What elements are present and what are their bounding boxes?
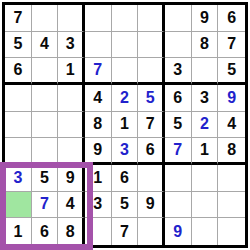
cell-r1c9[interactable]: 6 — [218, 5, 245, 32]
cell-r5c1[interactable] — [5, 112, 32, 139]
cell-r8c8[interactable] — [192, 192, 219, 219]
cell-r4c6[interactable]: 5 — [138, 85, 165, 112]
cell-r7c9[interactable] — [218, 165, 245, 192]
cell-r4c2[interactable] — [32, 85, 59, 112]
cell-r7c3[interactable]: 9 — [58, 165, 85, 192]
cell-r3c3[interactable]: 1 — [58, 58, 85, 85]
cell-r6c9[interactable]: 8 — [218, 138, 245, 165]
cell-r1c4[interactable] — [85, 5, 112, 32]
cell-r5c3[interactable] — [58, 112, 85, 139]
cell-r2c6[interactable] — [138, 32, 165, 59]
cell-r2c9[interactable]: 7 — [218, 32, 245, 59]
cell-r5c8[interactable]: 2 — [192, 112, 219, 139]
cell-r3c7[interactable]: 3 — [165, 58, 192, 85]
cell-r3c1[interactable]: 6 — [5, 58, 32, 85]
cell-r3c5[interactable] — [112, 58, 139, 85]
cell-r7c6[interactable] — [138, 165, 165, 192]
cell-r3c9[interactable]: 5 — [218, 58, 245, 85]
cell-r8c2[interactable]: 7 — [32, 192, 59, 219]
cell-r9c5[interactable]: 7 — [112, 218, 139, 245]
cell-r4c7[interactable]: 6 — [165, 85, 192, 112]
cell-r1c5[interactable] — [112, 5, 139, 32]
cell-r2c2[interactable]: 4 — [32, 32, 59, 59]
cell-r6c7[interactable]: 7 — [165, 138, 192, 165]
cell-r8c7[interactable] — [165, 192, 192, 219]
sudoku-board: 7965438761735425639817524936718359167435… — [2, 2, 248, 248]
cell-r2c3[interactable]: 3 — [58, 32, 85, 59]
cell-r9c4[interactable] — [85, 218, 112, 245]
cell-r8c5[interactable]: 5 — [112, 192, 139, 219]
cell-r7c7[interactable] — [165, 165, 192, 192]
cell-r9c3[interactable]: 8 — [58, 218, 85, 245]
cell-r8c9[interactable] — [218, 192, 245, 219]
cell-r7c2[interactable]: 5 — [32, 165, 59, 192]
cell-r5c9[interactable]: 4 — [218, 112, 245, 139]
cell-r2c1[interactable]: 5 — [5, 32, 32, 59]
cell-r4c4[interactable]: 4 — [85, 85, 112, 112]
cell-r6c5[interactable]: 3 — [112, 138, 139, 165]
cell-r1c6[interactable] — [138, 5, 165, 32]
cell-r3c8[interactable] — [192, 58, 219, 85]
cell-r9c9[interactable] — [218, 218, 245, 245]
cell-r9c2[interactable]: 6 — [32, 218, 59, 245]
cell-r9c7[interactable]: 9 — [165, 218, 192, 245]
cell-r1c2[interactable] — [32, 5, 59, 32]
cell-r5c6[interactable]: 7 — [138, 112, 165, 139]
cell-r1c8[interactable]: 9 — [192, 5, 219, 32]
cell-r6c2[interactable] — [32, 138, 59, 165]
cell-r8c4[interactable]: 3 — [85, 192, 112, 219]
cell-r9c6[interactable] — [138, 218, 165, 245]
cell-r3c2[interactable] — [32, 58, 59, 85]
cell-r5c4[interactable]: 8 — [85, 112, 112, 139]
cell-r1c1[interactable]: 7 — [5, 5, 32, 32]
cell-r8c6[interactable]: 9 — [138, 192, 165, 219]
cell-r2c5[interactable] — [112, 32, 139, 59]
cell-r2c8[interactable]: 8 — [192, 32, 219, 59]
cell-r7c4[interactable]: 1 — [85, 165, 112, 192]
cell-r3c6[interactable] — [138, 58, 165, 85]
cell-r1c3[interactable] — [58, 5, 85, 32]
cell-r6c6[interactable]: 6 — [138, 138, 165, 165]
sudoku-app: 7965438761735425639817524936718359167435… — [0, 0, 250, 250]
cell-r8c3[interactable]: 4 — [58, 192, 85, 219]
cell-r2c4[interactable] — [85, 32, 112, 59]
cell-r8c1[interactable] — [5, 192, 32, 219]
cell-r4c5[interactable]: 2 — [112, 85, 139, 112]
cell-r4c8[interactable]: 3 — [192, 85, 219, 112]
cell-r7c8[interactable] — [192, 165, 219, 192]
cell-r9c1[interactable]: 1 — [5, 218, 32, 245]
cell-r7c1[interactable]: 3 — [5, 165, 32, 192]
cell-r6c3[interactable] — [58, 138, 85, 165]
cell-r5c7[interactable]: 5 — [165, 112, 192, 139]
cell-r7c5[interactable]: 6 — [112, 165, 139, 192]
cell-r4c9[interactable]: 9 — [218, 85, 245, 112]
cell-r4c3[interactable] — [58, 85, 85, 112]
cell-r6c1[interactable] — [5, 138, 32, 165]
cell-r1c7[interactable] — [165, 5, 192, 32]
cell-r2c7[interactable] — [165, 32, 192, 59]
cell-r9c8[interactable] — [192, 218, 219, 245]
cell-r5c2[interactable] — [32, 112, 59, 139]
cell-r3c4[interactable]: 7 — [85, 58, 112, 85]
cell-r4c1[interactable] — [5, 85, 32, 112]
cell-r5c5[interactable]: 1 — [112, 112, 139, 139]
cell-r6c4[interactable]: 9 — [85, 138, 112, 165]
cell-r6c8[interactable]: 1 — [192, 138, 219, 165]
